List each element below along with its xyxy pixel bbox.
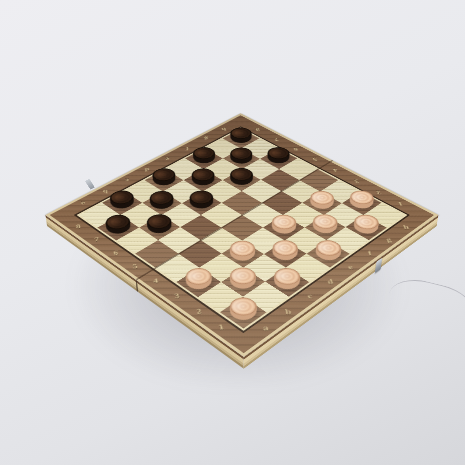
piece-light-c1[interactable] bbox=[270, 270, 306, 293]
piece-light-e3[interactable] bbox=[267, 217, 300, 237]
board-grid bbox=[79, 129, 404, 329]
metal-clasp-icon bbox=[375, 258, 382, 274]
checkers-board: abcdefgh abcdefgh 87654321 87654321 bbox=[45, 113, 438, 357]
scene: abcdefgh abcdefgh 87654321 87654321 bbox=[0, 0, 465, 465]
piece-light-g3[interactable] bbox=[306, 194, 338, 213]
board-top-face: abcdefgh abcdefgh 87654321 87654321 bbox=[45, 113, 438, 357]
piece-light-g1[interactable] bbox=[350, 217, 383, 237]
piece-light-e1[interactable] bbox=[311, 243, 345, 265]
metal-hinge-tab-icon bbox=[84, 179, 94, 190]
piece-light-f2[interactable] bbox=[308, 217, 341, 237]
